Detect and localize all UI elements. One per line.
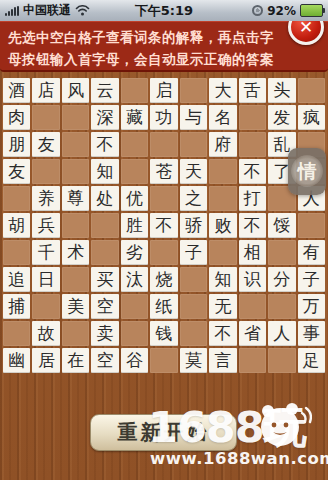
board-cell-r1c6[interactable]: 启 — [150, 78, 177, 103]
board-cell-r8c10[interactable]: 分 — [268, 267, 295, 292]
board-cell-r7c8 — [209, 240, 236, 265]
board-cell-r5c2[interactable]: 养 — [32, 186, 59, 211]
board-cell-r1c11 — [298, 78, 325, 103]
board-cell-r10c11[interactable]: 事 — [298, 321, 325, 346]
board-cell-r4c2 — [32, 159, 59, 184]
status-bar: 下午5:19 中国联通 92% — [0, 0, 328, 21]
wifi-icon — [75, 5, 90, 16]
board-cell-r1c1[interactable]: 酒 — [3, 78, 30, 103]
board-cell-r10c5 — [121, 321, 148, 346]
board-cell-r6c5[interactable]: 胜 — [121, 213, 148, 238]
board-cell-r1c5 — [121, 78, 148, 103]
board-cell-r4c5 — [121, 159, 148, 184]
board-cell-r11c10 — [268, 348, 295, 373]
signal-strength-icon — [5, 6, 19, 16]
board-cell-r5c4[interactable]: 处 — [91, 186, 118, 211]
board-cell-r11c8[interactable]: 言 — [209, 348, 236, 373]
board-cell-r9c9 — [239, 294, 266, 319]
board-cell-r7c1 — [3, 240, 30, 265]
board-cell-r10c4[interactable]: 卖 — [91, 321, 118, 346]
board-cell-r11c5[interactable]: 谷 — [121, 348, 148, 373]
board-cell-r8c5[interactable]: 汰 — [121, 267, 148, 292]
board-cell-r9c2 — [32, 294, 59, 319]
board-cell-r8c8[interactable]: 知 — [209, 267, 236, 292]
board-cell-r5c9[interactable]: 打 — [239, 186, 266, 211]
board-cell-r4c9[interactable]: 不 — [239, 159, 266, 184]
board-cell-r11c7[interactable]: 莫 — [180, 348, 207, 373]
board-cell-r10c3 — [62, 321, 89, 346]
board-cell-r10c10[interactable]: 人 — [268, 321, 295, 346]
board-cell-r3c4[interactable]: 不 — [91, 132, 118, 157]
board-cell-r4c7[interactable]: 天 — [180, 159, 207, 184]
board-cell-r9c8[interactable]: 无 — [209, 294, 236, 319]
board-cell-r9c11[interactable]: 万 — [298, 294, 325, 319]
board-cell-r4c8 — [209, 159, 236, 184]
board-cell-r11c11[interactable]: 足 — [298, 348, 325, 373]
board-cell-r8c3 — [62, 267, 89, 292]
board-cell-r3c7 — [180, 132, 207, 157]
board-cell-r2c8[interactable]: 名 — [209, 105, 236, 130]
board-cell-r3c9 — [239, 132, 266, 157]
board-cell-r6c3 — [62, 213, 89, 238]
board-cell-r9c7 — [180, 294, 207, 319]
rotation-lock-icon — [252, 5, 263, 16]
board-cell-r9c5 — [121, 294, 148, 319]
board-cell-r2c11[interactable]: 疯 — [298, 105, 325, 130]
board-cell-r1c7 — [180, 78, 207, 103]
board-cell-r3c6 — [150, 132, 177, 157]
board-cell-r1c9[interactable]: 舌 — [239, 78, 266, 103]
board-cell-r6c9[interactable]: 不 — [239, 213, 266, 238]
board-cell-r7c9[interactable]: 相 — [239, 240, 266, 265]
board-cell-r11c1[interactable]: 幽 — [3, 348, 30, 373]
board-cell-r2c9 — [239, 105, 266, 130]
board-cell-r7c10 — [268, 240, 295, 265]
board-cell-r9c3[interactable]: 美 — [62, 294, 89, 319]
board-cell-r3c2[interactable]: 友 — [32, 132, 59, 157]
board-cell-r10c1 — [3, 321, 30, 346]
board-cell-r2c6[interactable]: 功 — [150, 105, 177, 130]
board-cell-r2c5[interactable]: 藏 — [121, 105, 148, 130]
board-cell-r11c4[interactable]: 空 — [91, 348, 118, 373]
board-cell-r7c2[interactable]: 千 — [32, 240, 59, 265]
selected-cell-bubble[interactable]: 情 — [288, 148, 326, 195]
board-cell-r4c6[interactable]: 苍 — [150, 159, 177, 184]
instruction-text: 先选中空白格子查看词条的解释，再点击字母按钮输入首字母，会自动显示正确的答案 — [0, 22, 328, 70]
carrier-label: 中国联通 — [23, 2, 71, 19]
board-cell-r11c3[interactable]: 在 — [62, 348, 89, 373]
board-cell-r8c11[interactable]: 子 — [298, 267, 325, 292]
board-cell-r10c9[interactable]: 省 — [239, 321, 266, 346]
board-cell-r4c1[interactable]: 友 — [3, 159, 30, 184]
board-cell-r6c7[interactable]: 骄 — [180, 213, 207, 238]
battery-percent: 92% — [267, 4, 296, 18]
board-cell-r11c6 — [150, 348, 177, 373]
board-cell-r5c3[interactable]: 尊 — [62, 186, 89, 211]
board-cell-r8c6[interactable]: 烧 — [150, 267, 177, 292]
board-cell-r4c4[interactable]: 知 — [91, 159, 118, 184]
board-cell-r2c2 — [32, 105, 59, 130]
board-cell-r10c7 — [180, 321, 207, 346]
board-cell-r6c4 — [91, 213, 118, 238]
board-cell-r9c1[interactable]: 捕 — [3, 294, 30, 319]
board-cell-r1c10[interactable]: 头 — [268, 78, 295, 103]
board-cell-r8c4[interactable]: 买 — [91, 267, 118, 292]
board-cell-r5c6 — [150, 186, 177, 211]
board-cell-r6c10[interactable]: 馁 — [268, 213, 295, 238]
board-cell-r7c7[interactable]: 子 — [180, 240, 207, 265]
board: 酒店风云启大舌头肉深藏功与名发疯朋友不府乱友知苍天不了养尊处优之打人胡兵胜不骄败… — [3, 78, 325, 373]
board-cell-r9c6[interactable]: 纸 — [150, 294, 177, 319]
bubble-character: 情 — [298, 159, 317, 185]
board-cell-r7c4 — [91, 240, 118, 265]
restart-button[interactable]: 重新开始 — [90, 414, 237, 451]
board-cell-r10c2[interactable]: 故 — [32, 321, 59, 346]
board-cell-r7c6 — [150, 240, 177, 265]
board-cell-r9c10 — [268, 294, 295, 319]
board-cell-r8c1[interactable]: 追 — [3, 267, 30, 292]
board-cell-r6c2[interactable]: 兵 — [32, 213, 59, 238]
board-cell-r10c6[interactable]: 钱 — [150, 321, 177, 346]
board-cell-r5c8 — [209, 186, 236, 211]
board-cell-r5c1 — [3, 186, 30, 211]
battery-icon — [300, 4, 323, 17]
board-cell-r4c3 — [62, 159, 89, 184]
board-cell-r8c2[interactable]: 日 — [32, 267, 59, 292]
board-cell-r7c3[interactable]: 术 — [62, 240, 89, 265]
board-cell-r1c4[interactable]: 云 — [91, 78, 118, 103]
board-cell-r11c9 — [239, 348, 266, 373]
board-cell-r3c1[interactable]: 朋 — [3, 132, 30, 157]
board-cell-r9c4[interactable]: 空 — [91, 294, 118, 319]
board-cell-r5c5[interactable]: 优 — [121, 186, 148, 211]
board-cell-r2c10[interactable]: 发 — [268, 105, 295, 130]
board-cell-r3c5 — [121, 132, 148, 157]
restart-button-label: 重新开始 — [118, 419, 210, 446]
board-cell-r11c2[interactable]: 居 — [32, 348, 59, 373]
board-cell-r2c7[interactable]: 与 — [180, 105, 207, 130]
board-cell-r8c9[interactable]: 识 — [239, 267, 266, 292]
instruction-banner: 先选中空白格子查看词条的解释，再点击字母按钮输入首字母，会自动显示正确的答案 — [0, 21, 328, 72]
board-cell-r3c8[interactable]: 府 — [209, 132, 236, 157]
board-cell-r2c3 — [62, 105, 89, 130]
board-cell-r1c3[interactable]: 风 — [62, 78, 89, 103]
board-cell-r10c8[interactable]: 不 — [209, 321, 236, 346]
board-cell-r7c5[interactable]: 劣 — [121, 240, 148, 265]
board-cell-r6c11 — [298, 213, 325, 238]
board-cell-r5c7[interactable]: 之 — [180, 186, 207, 211]
board-cell-r8c7 — [180, 267, 207, 292]
board-cell-r6c6[interactable]: 不 — [150, 213, 177, 238]
board-cell-r3c3 — [62, 132, 89, 157]
board-cell-r1c8[interactable]: 大 — [209, 78, 236, 103]
board-cell-r1c2[interactable]: 店 — [32, 78, 59, 103]
board-cell-r7c11[interactable]: 有 — [298, 240, 325, 265]
board-cell-r6c8[interactable]: 败 — [209, 213, 236, 238]
board-cell-r2c4[interactable]: 深 — [91, 105, 118, 130]
board-cell-r2c1[interactable]: 肉 — [3, 105, 30, 130]
board-cell-r6c1[interactable]: 胡 — [3, 213, 30, 238]
